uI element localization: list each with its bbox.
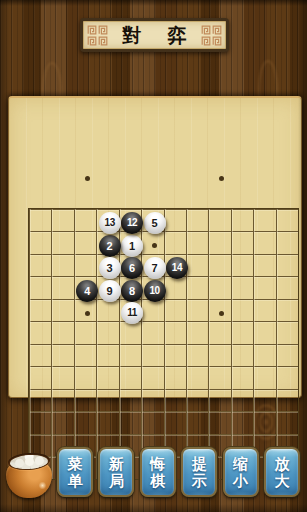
title-char: 對	[123, 26, 142, 45]
button-label-char: 缩	[233, 456, 248, 472]
stone-1: 1	[121, 235, 143, 257]
button-label-char: 提	[192, 456, 207, 472]
star-point	[219, 176, 224, 181]
stone-4: 4	[76, 280, 98, 302]
stone-10: 10	[144, 280, 166, 302]
greek-key-icon	[201, 36, 211, 46]
greek-key-icon	[87, 25, 97, 35]
title-char: 弈	[168, 26, 187, 45]
stone-9: 9	[99, 280, 121, 302]
greek-key-icon	[87, 36, 97, 46]
plaque-ornament-left	[87, 25, 108, 46]
button-label-char: 放	[275, 456, 290, 472]
bowl-highlight	[39, 481, 46, 490]
hint-button[interactable]: 提示	[181, 447, 217, 497]
game-screen: 對 弈 1234567891011121314菜单新局悔棋提示缩小放大	[0, 0, 307, 512]
zoom-in-button[interactable]: 放大	[264, 447, 300, 497]
stone-3: 3	[99, 257, 121, 279]
button-label-char: 新	[109, 456, 124, 472]
stone-14: 14	[166, 257, 188, 279]
star-point	[85, 176, 90, 181]
page-title: 對 弈	[108, 26, 201, 45]
button-label-char: 局	[109, 473, 124, 489]
star-point	[152, 243, 157, 248]
board-grid[interactable]	[28, 208, 299, 480]
bowl-pebbles	[25, 457, 35, 467]
button-label-char: 菜	[68, 456, 83, 472]
button-label-char: 棋	[150, 473, 165, 489]
stone-2: 2	[99, 235, 121, 257]
star-point	[85, 311, 90, 316]
star-point	[219, 311, 224, 316]
button-label-char: 小	[233, 473, 248, 489]
menu-button[interactable]: 菜单	[57, 447, 93, 497]
button-label-char: 示	[192, 473, 207, 489]
stone-8: 8	[121, 280, 143, 302]
button-label-char: 单	[68, 473, 83, 489]
stone-5: 5	[144, 212, 166, 234]
plaque-ornament-right	[201, 25, 222, 46]
zoom-out-button[interactable]: 缩小	[223, 447, 259, 497]
stone-bowl-icon	[6, 449, 53, 501]
greek-key-icon	[212, 36, 222, 46]
button-label-char: 大	[275, 473, 290, 489]
new-game-button[interactable]: 新局	[98, 447, 134, 497]
title-plaque: 對 弈	[80, 18, 229, 52]
greek-key-icon	[98, 36, 108, 46]
undo-button[interactable]: 悔棋	[140, 447, 176, 497]
button-label-char: 悔	[150, 456, 165, 472]
stone-6: 6	[121, 257, 143, 279]
stone-13: 13	[99, 212, 121, 234]
greek-key-icon	[201, 25, 211, 35]
stone-7: 7	[144, 257, 166, 279]
stone-11: 11	[121, 302, 143, 324]
stone-12: 12	[121, 212, 143, 234]
greek-key-icon	[98, 25, 108, 35]
greek-key-icon	[212, 25, 222, 35]
